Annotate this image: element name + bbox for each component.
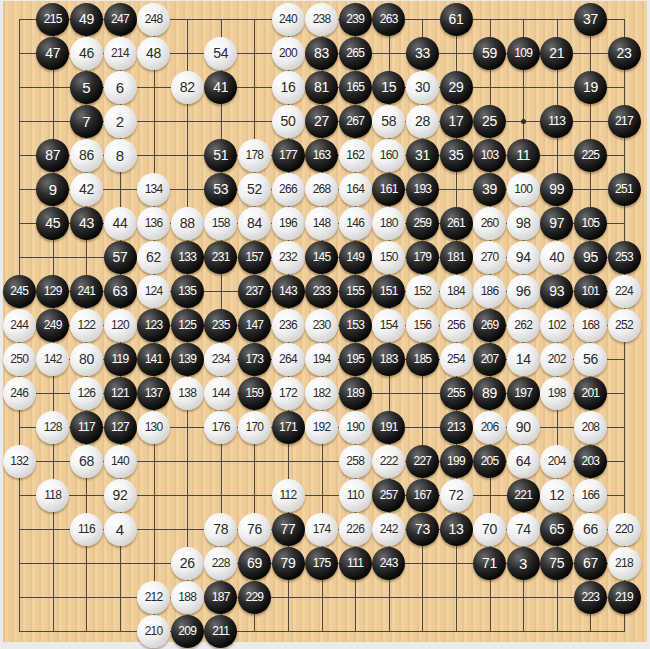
stone-white-move-62[interactable]: 62 <box>137 241 170 274</box>
stone-black-move-63[interactable]: 63 <box>104 275 137 308</box>
stone-white-move-186[interactable]: 186 <box>473 275 506 308</box>
stone-black-move-199[interactable]: 199 <box>440 445 473 478</box>
stone-white-move-218[interactable]: 218 <box>608 547 641 580</box>
stone-white-move-46[interactable]: 46 <box>70 37 103 70</box>
stone-black-move-71[interactable]: 71 <box>473 547 506 580</box>
stone-black-move-35[interactable]: 35 <box>440 139 473 172</box>
stone-white-move-240[interactable]: 240 <box>272 3 305 36</box>
stone-black-move-231[interactable]: 231 <box>204 241 237 274</box>
stone-white-move-4[interactable]: 4 <box>104 513 137 546</box>
stone-black-move-255[interactable]: 255 <box>440 377 473 410</box>
stone-white-move-212[interactable]: 212 <box>137 581 170 614</box>
stone-black-move-201[interactable]: 201 <box>574 377 607 410</box>
stone-black-move-147[interactable]: 147 <box>238 309 271 342</box>
stone-white-move-174[interactable]: 174 <box>305 513 338 546</box>
stone-white-move-2[interactable]: 2 <box>104 105 137 138</box>
stone-white-move-14[interactable]: 14 <box>507 343 540 376</box>
stone-white-move-82[interactable]: 82 <box>171 71 204 104</box>
stone-black-move-213[interactable]: 213 <box>440 411 473 444</box>
stone-black-move-187[interactable]: 187 <box>204 581 237 614</box>
stone-black-move-103[interactable]: 103 <box>473 139 506 172</box>
stone-black-move-135[interactable]: 135 <box>171 275 204 308</box>
stone-white-move-188[interactable]: 188 <box>171 581 204 614</box>
stone-white-move-268[interactable]: 268 <box>305 173 338 206</box>
stone-white-move-166[interactable]: 166 <box>574 479 607 512</box>
stone-white-move-236[interactable]: 236 <box>272 309 305 342</box>
stone-black-move-113[interactable]: 113 <box>540 105 573 138</box>
stone-black-move-33[interactable]: 33 <box>406 37 439 70</box>
stone-black-move-67[interactable]: 67 <box>574 547 607 580</box>
stone-black-move-127[interactable]: 127 <box>104 411 137 444</box>
stone-black-move-175[interactable]: 175 <box>305 547 338 580</box>
stone-black-move-237[interactable]: 237 <box>238 275 271 308</box>
stone-black-move-197[interactable]: 197 <box>507 377 540 410</box>
stone-white-move-50[interactable]: 50 <box>272 105 305 138</box>
stone-white-move-54[interactable]: 54 <box>204 37 237 70</box>
stone-black-move-221[interactable]: 221 <box>507 479 540 512</box>
stone-white-move-178[interactable]: 178 <box>238 139 271 172</box>
stone-black-move-227[interactable]: 227 <box>406 445 439 478</box>
stone-black-move-93[interactable]: 93 <box>540 275 573 308</box>
stone-white-move-168[interactable]: 168 <box>574 309 607 342</box>
stone-black-move-69[interactable]: 69 <box>238 547 271 580</box>
stone-black-move-23[interactable]: 23 <box>608 37 641 70</box>
stone-black-move-9[interactable]: 9 <box>36 173 69 206</box>
stone-white-move-52[interactable]: 52 <box>238 173 271 206</box>
stone-white-move-238[interactable]: 238 <box>305 3 338 36</box>
stone-white-move-270[interactable]: 270 <box>473 241 506 274</box>
stone-white-move-172[interactable]: 172 <box>272 377 305 410</box>
stone-white-move-202[interactable]: 202 <box>540 343 573 376</box>
stone-white-move-154[interactable]: 154 <box>372 309 405 342</box>
stone-black-move-83[interactable]: 83 <box>305 37 338 70</box>
stone-white-move-88[interactable]: 88 <box>171 207 204 240</box>
stone-black-move-87[interactable]: 87 <box>36 139 69 172</box>
stone-black-move-257[interactable]: 257 <box>372 479 405 512</box>
stone-black-move-157[interactable]: 157 <box>238 241 271 274</box>
stone-black-move-195[interactable]: 195 <box>339 343 372 376</box>
stone-white-move-66[interactable]: 66 <box>574 513 607 546</box>
stone-black-move-211[interactable]: 211 <box>204 615 237 648</box>
stone-white-move-44[interactable]: 44 <box>104 207 137 240</box>
stone-white-move-144[interactable]: 144 <box>204 377 237 410</box>
stone-black-move-95[interactable]: 95 <box>574 241 607 274</box>
grid-line <box>19 631 625 632</box>
stone-black-move-171[interactable]: 171 <box>272 411 305 444</box>
stone-white-move-214[interactable]: 214 <box>104 37 137 70</box>
go-board[interactable]: 2154924724824023823926361374746214485420… <box>3 1 647 642</box>
stone-white-move-234[interactable]: 234 <box>204 343 237 376</box>
stone-white-move-72[interactable]: 72 <box>440 479 473 512</box>
stone-white-move-56[interactable]: 56 <box>574 343 607 376</box>
stone-black-move-29[interactable]: 29 <box>440 71 473 104</box>
stone-white-move-182[interactable]: 182 <box>305 377 338 410</box>
stone-white-move-256[interactable]: 256 <box>440 309 473 342</box>
stone-white-move-142[interactable]: 142 <box>36 343 69 376</box>
stone-black-move-155[interactable]: 155 <box>339 275 372 308</box>
stone-white-move-248[interactable]: 248 <box>137 3 170 36</box>
stone-black-move-109[interactable]: 109 <box>507 37 540 70</box>
stone-white-move-92[interactable]: 92 <box>104 479 137 512</box>
stone-white-move-64[interactable]: 64 <box>507 445 540 478</box>
stone-black-move-185[interactable]: 185 <box>406 343 439 376</box>
stone-white-move-42[interactable]: 42 <box>70 173 103 206</box>
stone-black-move-179[interactable]: 179 <box>406 241 439 274</box>
stone-white-move-222[interactable]: 222 <box>372 445 405 478</box>
stone-black-move-75[interactable]: 75 <box>540 547 573 580</box>
stone-white-move-180[interactable]: 180 <box>372 207 405 240</box>
stone-white-move-94[interactable]: 94 <box>507 241 540 274</box>
stone-black-move-125[interactable]: 125 <box>171 309 204 342</box>
stone-white-move-90[interactable]: 90 <box>507 411 540 444</box>
stone-black-move-37[interactable]: 37 <box>574 3 607 36</box>
stone-white-move-164[interactable]: 164 <box>339 173 372 206</box>
stone-white-move-170[interactable]: 170 <box>238 411 271 444</box>
stone-white-move-258[interactable]: 258 <box>339 445 372 478</box>
stone-black-move-51[interactable]: 51 <box>204 139 237 172</box>
stone-black-move-129[interactable]: 129 <box>36 275 69 308</box>
stone-black-move-89[interactable]: 89 <box>473 377 506 410</box>
stone-white-move-112[interactable]: 112 <box>272 479 305 512</box>
stone-black-move-259[interactable]: 259 <box>406 207 439 240</box>
stone-black-move-43[interactable]: 43 <box>70 207 103 240</box>
stone-white-move-126[interactable]: 126 <box>70 377 103 410</box>
stone-black-move-5[interactable]: 5 <box>70 71 103 104</box>
stone-white-move-148[interactable]: 148 <box>305 207 338 240</box>
stone-black-move-97[interactable]: 97 <box>540 207 573 240</box>
stone-black-move-173[interactable]: 173 <box>238 343 271 376</box>
stone-white-move-120[interactable]: 120 <box>104 309 137 342</box>
stone-white-move-40[interactable]: 40 <box>540 241 573 274</box>
stone-white-move-226[interactable]: 226 <box>339 513 372 546</box>
stone-black-move-193[interactable]: 193 <box>406 173 439 206</box>
stone-white-move-132[interactable]: 132 <box>3 445 36 478</box>
stone-white-move-194[interactable]: 194 <box>305 343 338 376</box>
stone-white-move-192[interactable]: 192 <box>305 411 338 444</box>
stone-black-move-101[interactable]: 101 <box>574 275 607 308</box>
stone-white-move-86[interactable]: 86 <box>70 139 103 172</box>
stone-black-move-15[interactable]: 15 <box>372 71 405 104</box>
stone-black-move-73[interactable]: 73 <box>406 513 439 546</box>
stone-black-move-151[interactable]: 151 <box>372 275 405 308</box>
stone-white-move-162[interactable]: 162 <box>339 139 372 172</box>
stone-black-move-245[interactable]: 245 <box>3 275 36 308</box>
stone-white-move-98[interactable]: 98 <box>507 207 540 240</box>
stone-white-move-230[interactable]: 230 <box>305 309 338 342</box>
stone-white-move-6[interactable]: 6 <box>104 71 137 104</box>
stone-white-move-254[interactable]: 254 <box>440 343 473 376</box>
stone-black-move-139[interactable]: 139 <box>171 343 204 376</box>
stone-black-move-57[interactable]: 57 <box>104 241 137 274</box>
stone-black-move-239[interactable]: 239 <box>339 3 372 36</box>
stone-black-move-27[interactable]: 27 <box>305 105 338 138</box>
stone-white-move-130[interactable]: 130 <box>137 411 170 444</box>
stone-black-move-17[interactable]: 17 <box>440 105 473 138</box>
stone-white-move-262[interactable]: 262 <box>507 309 540 342</box>
stone-white-move-84[interactable]: 84 <box>238 207 271 240</box>
stone-white-move-196[interactable]: 196 <box>272 207 305 240</box>
stone-black-move-261[interactable]: 261 <box>440 207 473 240</box>
stone-white-move-12[interactable]: 12 <box>540 479 573 512</box>
grid-line <box>19 597 625 598</box>
stone-white-move-160[interactable]: 160 <box>372 139 405 172</box>
stone-white-move-58[interactable]: 58 <box>372 105 405 138</box>
stone-white-move-102[interactable]: 102 <box>540 309 573 342</box>
stone-black-move-111[interactable]: 111 <box>339 547 372 580</box>
stone-black-move-65[interactable]: 65 <box>540 513 573 546</box>
stone-black-move-203[interactable]: 203 <box>574 445 607 478</box>
stone-black-move-177[interactable]: 177 <box>272 139 305 172</box>
stone-white-move-252[interactable]: 252 <box>608 309 641 342</box>
stone-black-move-159[interactable]: 159 <box>238 377 271 410</box>
stone-white-move-70[interactable]: 70 <box>473 513 506 546</box>
stone-white-move-68[interactable]: 68 <box>70 445 103 478</box>
stone-white-move-264[interactable]: 264 <box>272 343 305 376</box>
stone-black-move-61[interactable]: 61 <box>440 3 473 36</box>
stone-white-move-140[interactable]: 140 <box>104 445 137 478</box>
stone-black-move-223[interactable]: 223 <box>574 581 607 614</box>
stone-white-move-74[interactable]: 74 <box>507 513 540 546</box>
stone-white-move-200[interactable]: 200 <box>272 37 305 70</box>
stone-white-move-134[interactable]: 134 <box>137 173 170 206</box>
stone-black-move-209[interactable]: 209 <box>171 615 204 648</box>
stone-black-move-105[interactable]: 105 <box>574 207 607 240</box>
stone-white-move-28[interactable]: 28 <box>406 105 439 138</box>
stone-white-move-48[interactable]: 48 <box>137 37 170 70</box>
stone-black-move-217[interactable]: 217 <box>608 105 641 138</box>
stone-black-move-143[interactable]: 143 <box>272 275 305 308</box>
stone-white-move-266[interactable]: 266 <box>272 173 305 206</box>
stone-black-move-253[interactable]: 253 <box>608 241 641 274</box>
stone-black-move-7[interactable]: 7 <box>70 105 103 138</box>
stone-white-move-206[interactable]: 206 <box>473 411 506 444</box>
stone-black-move-191[interactable]: 191 <box>372 411 405 444</box>
stone-white-move-100[interactable]: 100 <box>507 173 540 206</box>
stone-black-move-121[interactable]: 121 <box>104 377 137 410</box>
stone-black-move-77[interactable]: 77 <box>272 513 305 546</box>
stone-black-move-233[interactable]: 233 <box>305 275 338 308</box>
board-frame: 2154924724824023823926361374746214485420… <box>0 0 650 649</box>
stone-black-move-25[interactable]: 25 <box>473 105 506 138</box>
stone-black-move-265[interactable]: 265 <box>339 37 372 70</box>
stone-white-move-224[interactable]: 224 <box>608 275 641 308</box>
stone-white-move-8[interactable]: 8 <box>104 139 137 172</box>
stone-white-move-138[interactable]: 138 <box>171 377 204 410</box>
stone-white-move-78[interactable]: 78 <box>204 513 237 546</box>
stone-white-move-76[interactable]: 76 <box>238 513 271 546</box>
stone-black-move-241[interactable]: 241 <box>70 275 103 308</box>
stone-black-move-207[interactable]: 207 <box>473 343 506 376</box>
stone-black-move-49[interactable]: 49 <box>70 3 103 36</box>
stone-black-move-183[interactable]: 183 <box>372 343 405 376</box>
stone-white-move-110[interactable]: 110 <box>339 479 372 512</box>
stone-white-move-152[interactable]: 152 <box>406 275 439 308</box>
stone-white-move-116[interactable]: 116 <box>70 513 103 546</box>
stone-black-move-45[interactable]: 45 <box>36 207 69 240</box>
stone-black-move-21[interactable]: 21 <box>540 37 573 70</box>
stone-black-move-163[interactable]: 163 <box>305 139 338 172</box>
stone-black-move-243[interactable]: 243 <box>372 547 405 580</box>
stone-white-move-150[interactable]: 150 <box>372 241 405 274</box>
stone-black-move-31[interactable]: 31 <box>406 139 439 172</box>
stone-white-move-16[interactable]: 16 <box>272 71 305 104</box>
stone-black-move-81[interactable]: 81 <box>305 71 338 104</box>
stone-black-move-59[interactable]: 59 <box>473 37 506 70</box>
stone-white-move-228[interactable]: 228 <box>204 547 237 580</box>
stone-black-move-263[interactable]: 263 <box>372 3 405 36</box>
stone-white-move-198[interactable]: 198 <box>540 377 573 410</box>
stone-black-move-11[interactable]: 11 <box>507 139 540 172</box>
stone-black-move-153[interactable]: 153 <box>339 309 372 342</box>
stone-black-move-181[interactable]: 181 <box>440 241 473 274</box>
stone-black-move-13[interactable]: 13 <box>440 513 473 546</box>
stone-black-move-269[interactable]: 269 <box>473 309 506 342</box>
stone-black-move-149[interactable]: 149 <box>339 241 372 274</box>
stone-white-move-208[interactable]: 208 <box>574 411 607 444</box>
stone-white-move-26[interactable]: 26 <box>171 547 204 580</box>
stone-white-move-204[interactable]: 204 <box>540 445 573 478</box>
stone-black-move-215[interactable]: 215 <box>36 3 69 36</box>
stone-black-move-79[interactable]: 79 <box>272 547 305 580</box>
stone-black-move-251[interactable]: 251 <box>608 173 641 206</box>
stone-black-move-249[interactable]: 249 <box>36 309 69 342</box>
stone-black-move-161[interactable]: 161 <box>372 173 405 206</box>
stone-black-move-235[interactable]: 235 <box>204 309 237 342</box>
stone-white-move-118[interactable]: 118 <box>36 479 69 512</box>
stone-black-move-47[interactable]: 47 <box>36 37 69 70</box>
stone-black-move-133[interactable]: 133 <box>171 241 204 274</box>
stone-white-move-124[interactable]: 124 <box>137 275 170 308</box>
stone-white-move-156[interactable]: 156 <box>406 309 439 342</box>
stone-black-move-189[interactable]: 189 <box>339 377 372 410</box>
stone-black-move-19[interactable]: 19 <box>574 71 607 104</box>
stone-white-move-190[interactable]: 190 <box>339 411 372 444</box>
stone-black-move-117[interactable]: 117 <box>70 411 103 444</box>
stone-black-move-123[interactable]: 123 <box>137 309 170 342</box>
stone-white-move-242[interactable]: 242 <box>372 513 405 546</box>
stone-white-move-210[interactable]: 210 <box>137 615 170 648</box>
stone-black-move-267[interactable]: 267 <box>339 105 372 138</box>
stone-black-move-219[interactable]: 219 <box>608 581 641 614</box>
stone-white-move-128[interactable]: 128 <box>36 411 69 444</box>
stone-white-move-244[interactable]: 244 <box>3 309 36 342</box>
stone-black-move-3[interactable]: 3 <box>507 547 540 580</box>
stone-black-move-167[interactable]: 167 <box>406 479 439 512</box>
stone-white-move-122[interactable]: 122 <box>70 309 103 342</box>
stone-white-move-260[interactable]: 260 <box>473 207 506 240</box>
stone-black-move-99[interactable]: 99 <box>540 173 573 206</box>
stone-white-move-158[interactable]: 158 <box>204 207 237 240</box>
stone-white-move-146[interactable]: 146 <box>339 207 372 240</box>
stone-white-move-80[interactable]: 80 <box>70 343 103 376</box>
stone-black-move-53[interactable]: 53 <box>204 173 237 206</box>
stone-black-move-205[interactable]: 205 <box>473 445 506 478</box>
star-point <box>521 119 526 124</box>
stone-white-move-246[interactable]: 246 <box>3 377 36 410</box>
stone-white-move-30[interactable]: 30 <box>406 71 439 104</box>
stone-black-move-137[interactable]: 137 <box>137 377 170 410</box>
stone-black-move-39[interactable]: 39 <box>473 173 506 206</box>
stone-black-move-247[interactable]: 247 <box>104 3 137 36</box>
stone-white-move-176[interactable]: 176 <box>204 411 237 444</box>
stone-white-move-136[interactable]: 136 <box>137 207 170 240</box>
stone-white-move-96[interactable]: 96 <box>507 275 540 308</box>
stone-white-move-220[interactable]: 220 <box>608 513 641 546</box>
stone-white-move-184[interactable]: 184 <box>440 275 473 308</box>
stone-white-move-232[interactable]: 232 <box>272 241 305 274</box>
stone-black-move-141[interactable]: 141 <box>137 343 170 376</box>
stone-black-move-119[interactable]: 119 <box>104 343 137 376</box>
stone-black-move-41[interactable]: 41 <box>204 71 237 104</box>
stone-black-move-145[interactable]: 145 <box>305 241 338 274</box>
stone-black-move-165[interactable]: 165 <box>339 71 372 104</box>
stone-white-move-250[interactable]: 250 <box>3 343 36 376</box>
stone-black-move-225[interactable]: 225 <box>574 139 607 172</box>
stone-black-move-229[interactable]: 229 <box>238 581 271 614</box>
